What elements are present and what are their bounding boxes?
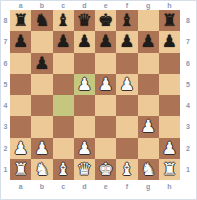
corner-top-left bbox=[1, 1, 10, 10]
square-b1[interactable]: ♞ bbox=[31, 159, 52, 180]
piece-white-pawn[interactable]: ♟ bbox=[98, 74, 113, 95]
square-d5[interactable]: ♟ bbox=[74, 74, 95, 95]
file-label-top-d: d bbox=[74, 1, 95, 10]
rank-label-left-6: 6 bbox=[1, 53, 10, 74]
rank-label-right-3: 3 bbox=[180, 116, 196, 137]
piece-white-pawn[interactable]: ♟ bbox=[119, 74, 134, 95]
file-label-bottom-g: g bbox=[138, 180, 159, 193]
file-label-bottom-h: h bbox=[159, 180, 180, 193]
square-f1[interactable]: ♝ bbox=[116, 159, 137, 180]
rank-label-left-7: 7 bbox=[1, 31, 10, 52]
square-f6[interactable] bbox=[116, 53, 137, 74]
file-label-top-f: f bbox=[116, 1, 137, 10]
rank-label-right-1: 1 bbox=[180, 159, 196, 180]
piece-black-pawn[interactable]: ♟ bbox=[77, 31, 92, 52]
rank-label-left-5: 5 bbox=[1, 74, 10, 95]
rank-label-right-5: 5 bbox=[180, 74, 196, 95]
file-label-top-c: c bbox=[53, 1, 74, 10]
square-h7[interactable]: ♟ bbox=[159, 31, 180, 52]
square-f4[interactable] bbox=[116, 95, 137, 116]
square-b3[interactable] bbox=[31, 116, 52, 137]
file-label-top-b: b bbox=[31, 1, 52, 10]
file-label-bottom-b: b bbox=[31, 180, 52, 193]
square-d6[interactable] bbox=[74, 53, 95, 74]
square-e6[interactable] bbox=[95, 53, 116, 74]
piece-white-queen[interactable]: ♛ bbox=[77, 159, 92, 180]
square-b4[interactable] bbox=[31, 95, 52, 116]
piece-white-pawn[interactable]: ♟ bbox=[77, 74, 92, 95]
file-label-top-e: e bbox=[95, 1, 116, 10]
square-e5[interactable]: ♟ bbox=[95, 74, 116, 95]
file-label-top-h: h bbox=[159, 1, 180, 10]
piece-white-rook[interactable]: ♜ bbox=[162, 159, 177, 180]
square-e4[interactable] bbox=[95, 95, 116, 116]
rank-label-left-8: 8 bbox=[1, 10, 10, 31]
corner-top-right bbox=[180, 1, 196, 10]
rank-label-right-7: 7 bbox=[180, 31, 196, 52]
square-f3[interactable] bbox=[116, 116, 137, 137]
rank-label-right-4: 4 bbox=[180, 95, 196, 116]
piece-white-bishop[interactable]: ♝ bbox=[119, 159, 134, 180]
square-d1[interactable]: ♛ bbox=[74, 159, 95, 180]
piece-black-pawn[interactable]: ♟ bbox=[13, 31, 28, 52]
square-a8[interactable]: ♜ bbox=[10, 10, 31, 31]
square-h1[interactable]: ♜ bbox=[159, 159, 180, 180]
board-layout: abcdefgh 87654321 ♜♞♝♛♚♝♜♟♟♟♟♟♟♟♟♟♟♟♟♟♟♟… bbox=[1, 1, 196, 193]
piece-black-bishop[interactable]: ♝ bbox=[56, 10, 71, 31]
piece-white-bishop[interactable]: ♝ bbox=[56, 159, 71, 180]
square-d2[interactable]: ♟ bbox=[74, 138, 95, 159]
square-g1[interactable]: ♞ bbox=[138, 159, 159, 180]
piece-black-bishop[interactable]: ♝ bbox=[119, 10, 134, 31]
file-label-bottom-e: e bbox=[95, 180, 116, 193]
piece-black-pawn[interactable]: ♟ bbox=[56, 31, 71, 52]
square-h6[interactable] bbox=[159, 53, 180, 74]
piece-white-knight[interactable]: ♞ bbox=[34, 159, 49, 180]
square-c6[interactable] bbox=[53, 53, 74, 74]
file-label-top-a: a bbox=[10, 1, 31, 10]
square-d3[interactable] bbox=[74, 116, 95, 137]
piece-white-pawn[interactable]: ♟ bbox=[162, 138, 177, 159]
file-labels-bottom: abcdefgh bbox=[10, 180, 180, 193]
file-label-bottom-a: a bbox=[10, 180, 31, 193]
rank-label-right-8: 8 bbox=[180, 10, 196, 31]
square-e3[interactable] bbox=[95, 116, 116, 137]
piece-black-queen[interactable]: ♛ bbox=[77, 10, 92, 31]
square-c2[interactable] bbox=[53, 138, 74, 159]
square-f8[interactable]: ♝ bbox=[116, 10, 137, 31]
piece-black-pawn[interactable]: ♟ bbox=[98, 31, 113, 52]
square-d7[interactable]: ♟ bbox=[74, 31, 95, 52]
square-e8[interactable]: ♚ bbox=[95, 10, 116, 31]
piece-black-rook[interactable]: ♜ bbox=[162, 10, 177, 31]
square-g3[interactable]: ♟ bbox=[138, 116, 159, 137]
square-b2[interactable]: ♟ bbox=[31, 138, 52, 159]
chess-board: ♜♞♝♛♚♝♜♟♟♟♟♟♟♟♟♟♟♟♟♟♟♟♟♜♞♝♛♚♝♞♜ bbox=[10, 10, 180, 180]
piece-black-king[interactable]: ♚ bbox=[98, 10, 113, 31]
square-d8[interactable]: ♛ bbox=[74, 10, 95, 31]
square-g7[interactable]: ♟ bbox=[138, 31, 159, 52]
square-a2[interactable]: ♟ bbox=[10, 138, 31, 159]
rank-label-left-4: 4 bbox=[1, 95, 10, 116]
piece-white-pawn[interactable]: ♟ bbox=[34, 138, 49, 159]
rank-label-left-3: 3 bbox=[1, 116, 10, 137]
square-a6[interactable] bbox=[10, 53, 31, 74]
square-e7[interactable]: ♟ bbox=[95, 31, 116, 52]
square-c3[interactable] bbox=[53, 116, 74, 137]
square-g4[interactable] bbox=[138, 95, 159, 116]
file-label-bottom-d: d bbox=[74, 180, 95, 193]
square-g2[interactable] bbox=[138, 138, 159, 159]
square-h8[interactable]: ♜ bbox=[159, 10, 180, 31]
rank-label-right-6: 6 bbox=[180, 53, 196, 74]
square-e2[interactable] bbox=[95, 138, 116, 159]
square-f7[interactable]: ♟ bbox=[116, 31, 137, 52]
square-a3[interactable] bbox=[10, 116, 31, 137]
square-b6[interactable]: ♟ bbox=[31, 53, 52, 74]
piece-black-pawn[interactable]: ♟ bbox=[34, 53, 49, 74]
piece-black-knight[interactable]: ♞ bbox=[34, 10, 49, 31]
square-g8[interactable] bbox=[138, 10, 159, 31]
square-g6[interactable] bbox=[138, 53, 159, 74]
piece-black-pawn[interactable]: ♟ bbox=[119, 31, 134, 52]
square-a1[interactable]: ♜ bbox=[10, 159, 31, 180]
piece-black-pawn[interactable]: ♟ bbox=[162, 31, 177, 52]
rank-labels-left: 87654321 bbox=[1, 10, 10, 180]
corner-bottom-right bbox=[180, 180, 196, 193]
square-c1[interactable]: ♝ bbox=[53, 159, 74, 180]
square-e1[interactable]: ♚ bbox=[95, 159, 116, 180]
rank-label-left-2: 2 bbox=[1, 138, 10, 159]
square-h4[interactable] bbox=[159, 95, 180, 116]
file-label-bottom-f: f bbox=[116, 180, 137, 193]
piece-white-knight[interactable]: ♞ bbox=[141, 159, 156, 180]
piece-white-pawn[interactable]: ♟ bbox=[77, 138, 92, 159]
square-f2[interactable] bbox=[116, 138, 137, 159]
piece-black-rook[interactable]: ♜ bbox=[13, 10, 28, 31]
square-c7[interactable]: ♟ bbox=[53, 31, 74, 52]
rank-labels-right: 87654321 bbox=[180, 10, 196, 180]
file-labels-top: abcdefgh bbox=[10, 1, 180, 10]
rank-label-left-1: 1 bbox=[1, 159, 10, 180]
square-b8[interactable]: ♞ bbox=[31, 10, 52, 31]
square-h5[interactable] bbox=[159, 74, 180, 95]
square-c5[interactable] bbox=[53, 74, 74, 95]
square-b5[interactable] bbox=[31, 74, 52, 95]
square-f5[interactable]: ♟ bbox=[116, 74, 137, 95]
rank-label-right-2: 2 bbox=[180, 138, 196, 159]
piece-white-king[interactable]: ♚ bbox=[98, 159, 113, 180]
square-b7[interactable] bbox=[31, 31, 52, 52]
square-g5[interactable] bbox=[138, 74, 159, 95]
chess-widget: abcdefgh 87654321 ♜♞♝♛♚♝♜♟♟♟♟♟♟♟♟♟♟♟♟♟♟♟… bbox=[0, 0, 197, 200]
corner-bottom-left bbox=[1, 180, 10, 193]
square-c4[interactable] bbox=[53, 95, 74, 116]
piece-white-pawn[interactable]: ♟ bbox=[13, 138, 28, 159]
piece-black-pawn[interactable]: ♟ bbox=[141, 31, 156, 52]
file-label-bottom-c: c bbox=[53, 180, 74, 193]
file-label-top-g: g bbox=[138, 1, 159, 10]
piece-white-rook[interactable]: ♜ bbox=[13, 159, 28, 180]
square-d4[interactable] bbox=[74, 95, 95, 116]
square-c8[interactable]: ♝ bbox=[53, 10, 74, 31]
square-a5[interactable] bbox=[10, 74, 31, 95]
piece-white-pawn[interactable]: ♟ bbox=[141, 116, 156, 137]
square-a4[interactable] bbox=[10, 95, 31, 116]
square-h2[interactable]: ♟ bbox=[159, 138, 180, 159]
square-h3[interactable] bbox=[159, 116, 180, 137]
square-a7[interactable]: ♟ bbox=[10, 31, 31, 52]
